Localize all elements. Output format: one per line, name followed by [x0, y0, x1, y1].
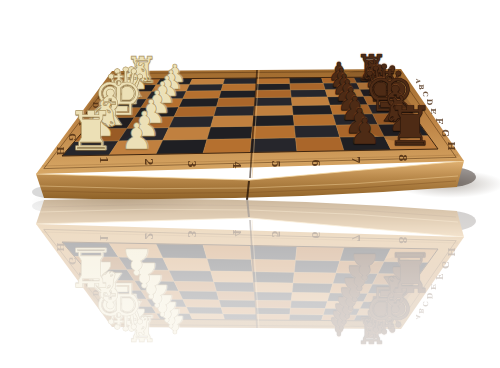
square-6B: [290, 83, 325, 90]
square-3H: [156, 139, 207, 154]
piece-black-rook: ♜: [386, 99, 434, 153]
square-6F: [293, 114, 336, 125]
square-5D: [254, 97, 292, 106]
square-6D: [291, 97, 330, 106]
square-4F: [211, 115, 254, 126]
file-label-6: 6: [310, 159, 322, 166]
square-4C: [219, 90, 256, 98]
square-6E: [292, 105, 333, 115]
square-4H: [203, 139, 251, 154]
file-label-3: 3: [186, 160, 198, 167]
square-6A: [289, 78, 323, 84]
piece-white-pawn: ♟: [120, 119, 152, 155]
square-5A: [256, 78, 289, 84]
piece-black-pawn: ♟: [349, 115, 381, 151]
file-label-2: 2: [143, 158, 155, 165]
square-3D: [179, 98, 219, 107]
square-5H: [250, 138, 297, 153]
file-label-4: 4: [231, 161, 243, 168]
square-5C: [255, 90, 291, 98]
square-5G: [251, 126, 295, 139]
square-6C: [291, 89, 328, 97]
square-3G: [163, 127, 211, 140]
square-4A: [223, 78, 257, 84]
square-5E: [253, 105, 293, 115]
square-5F: [252, 115, 294, 126]
rank-label-right-H: H: [446, 142, 457, 151]
square-6H: [296, 137, 344, 152]
square-4G: [207, 126, 252, 139]
square-3C: [183, 91, 221, 99]
rank-label-right-G: G: [440, 129, 450, 137]
square-3A: [190, 78, 225, 84]
piece-white-rook: ♜: [67, 105, 115, 159]
square-3F: [169, 116, 214, 128]
square-4B: [221, 84, 256, 91]
rank-label-left-H: H: [55, 147, 66, 156]
board-svg: 12345678HHGGFFEEDDCCBBAA: [0, 0, 500, 368]
chessboard-scene: 12345678HHGGFFEEDDCCBBAA♜♞♝♚♛♝♞♜♟♟♟♟♟♟♟♟…: [0, 0, 500, 368]
square-5B: [256, 83, 291, 90]
square-4D: [217, 98, 256, 107]
square-6G: [294, 125, 340, 138]
square-4E: [214, 106, 255, 116]
file-label-7: 7: [350, 156, 362, 163]
square-3B: [187, 84, 224, 91]
square-3E: [174, 106, 216, 116]
rank-label-right-F: F: [434, 118, 444, 124]
file-label-5: 5: [270, 160, 282, 167]
product-photo-stage: 12345678HHGGFFEEDDCCBBAA♜♞♝♚♛♝♞♜♟♟♟♟♟♟♟♟…: [0, 0, 500, 368]
